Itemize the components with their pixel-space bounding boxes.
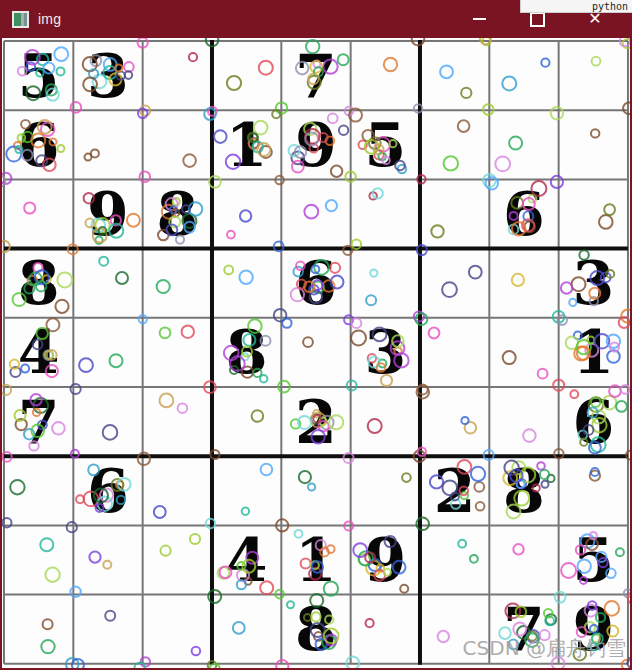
- sudoku-digit: 2: [434, 456, 476, 526]
- sudoku-board: 537619598686348317266284195879CSDN @扁舟钓雪: [2, 38, 630, 668]
- sudoku-digit: 3: [87, 41, 129, 111]
- minimize-button[interactable]: [450, 0, 508, 38]
- maximize-icon: [530, 12, 545, 27]
- background-window-tab[interactable]: python: [520, 0, 632, 13]
- watermark-text: CSDN @扁舟钓雪: [463, 636, 626, 660]
- app-icon: [12, 11, 29, 28]
- close-icon: ✕: [588, 11, 601, 27]
- opencv-window: img ✕ python 537619598686348317266284195…: [0, 0, 632, 670]
- window-title: img: [38, 11, 61, 27]
- window-content: 537619598686348317266284195879CSDN @扁舟钓雪: [0, 38, 632, 670]
- background-tab-label: python: [592, 1, 628, 12]
- minimize-icon: [473, 18, 486, 20]
